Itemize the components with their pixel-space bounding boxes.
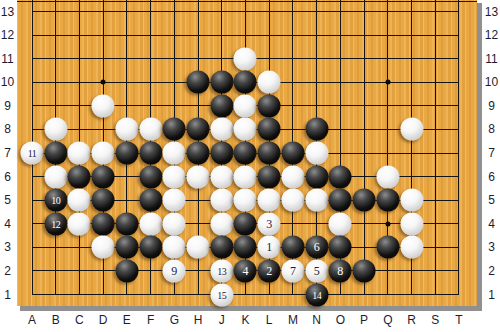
move-number-label-8: 8 [329, 259, 352, 282]
white-stone-M6 [281, 165, 304, 188]
black-stone-F5 [139, 189, 162, 212]
row-label-left-4: 4 [0, 217, 15, 231]
move-number-label-9: 9 [163, 259, 186, 282]
column-label-A: A [22, 313, 42, 327]
black-stone-E7 [115, 142, 138, 165]
column-label-Q: Q [378, 313, 398, 327]
grid-line-horizontal-12 [32, 35, 460, 36]
black-stone-J7 [210, 142, 233, 165]
move-number-label-10: 10 [44, 189, 67, 212]
white-stone-M2: 7 [281, 259, 304, 282]
white-stone-B8 [44, 118, 67, 141]
white-stone-D9 [92, 94, 115, 117]
black-stone-O6 [329, 165, 352, 188]
black-stone-O5 [329, 189, 352, 212]
white-stone-O4 [329, 212, 352, 235]
grid-line-vertical-S [435, 0, 436, 295]
white-stone-G4 [163, 212, 186, 235]
white-stone-R5 [400, 189, 423, 212]
row-label-right-10: 10 [483, 75, 500, 89]
white-stone-J8 [210, 118, 233, 141]
white-stone-J5 [210, 189, 233, 212]
row-label-right-2: 2 [483, 264, 500, 278]
black-stone-L7 [258, 142, 281, 165]
white-stone-K5 [234, 189, 257, 212]
white-stone-N5 [305, 189, 328, 212]
black-stone-L9 [258, 94, 281, 117]
row-label-left-9: 9 [0, 99, 15, 113]
white-stone-G2: 9 [163, 259, 186, 282]
black-stone-K2: 4 [234, 259, 257, 282]
move-number-label-4: 4 [234, 259, 257, 282]
black-stone-D5 [92, 189, 115, 212]
white-stone-C7 [68, 142, 91, 165]
column-label-O: O [330, 313, 350, 327]
column-label-H: H [188, 313, 208, 327]
column-label-B: B [46, 313, 66, 327]
column-label-G: G [164, 313, 184, 327]
white-stone-C5 [68, 189, 91, 212]
row-label-right-5: 5 [483, 193, 500, 207]
white-stone-H3 [187, 236, 210, 259]
row-label-right-4: 4 [483, 217, 500, 231]
row-label-right-9: 9 [483, 99, 500, 113]
black-stone-H10 [187, 71, 210, 94]
move-number-label-14: 14 [305, 283, 328, 306]
white-stone-J2: 13 [210, 259, 233, 282]
row-label-right-11: 11 [483, 52, 500, 66]
white-stone-L5 [258, 189, 281, 212]
white-stone-K11 [234, 47, 257, 70]
white-stone-Q6 [376, 165, 399, 188]
row-label-left-1: 1 [0, 288, 15, 302]
star-point-Q10 [385, 80, 390, 85]
move-number-label-6: 6 [305, 236, 328, 259]
white-stone-M5 [281, 189, 304, 212]
black-stone-C6 [68, 165, 91, 188]
black-stone-Q5 [376, 189, 399, 212]
black-stone-K7 [234, 142, 257, 165]
black-stone-F6 [139, 165, 162, 188]
column-label-L: L [259, 313, 279, 327]
move-number-label-11: 11 [21, 142, 44, 165]
row-label-right-12: 12 [483, 28, 500, 42]
black-stone-D6 [92, 165, 115, 188]
go-diagram: 111012316913427581514 131312121111101099… [0, 0, 500, 332]
row-label-right-6: 6 [483, 170, 500, 184]
black-stone-K3 [234, 236, 257, 259]
move-number-label-7: 7 [281, 259, 304, 282]
white-stone-L4: 3 [258, 212, 281, 235]
black-stone-O3 [329, 236, 352, 259]
row-label-right-3: 3 [483, 240, 500, 254]
white-stone-R4 [400, 212, 423, 235]
white-stone-G7 [163, 142, 186, 165]
white-stone-G3 [163, 236, 186, 259]
black-stone-J10 [210, 71, 233, 94]
white-stone-J1: 15 [210, 283, 233, 306]
white-stone-B6 [44, 165, 67, 188]
column-label-D: D [93, 313, 113, 327]
column-label-F: F [141, 313, 161, 327]
black-stone-L8 [258, 118, 281, 141]
row-label-left-12: 12 [0, 28, 15, 42]
white-stone-J4 [210, 212, 233, 235]
board-edge-shadow-right [477, 3, 482, 310]
black-stone-J9 [210, 94, 233, 117]
black-stone-M3 [281, 236, 304, 259]
move-number-label-15: 15 [210, 283, 233, 306]
column-label-E: E [117, 313, 137, 327]
black-stone-K10 [234, 71, 257, 94]
white-stone-A7: 11 [21, 142, 44, 165]
black-stone-J3 [210, 236, 233, 259]
black-stone-L6 [258, 165, 281, 188]
row-label-right-7: 7 [483, 146, 500, 160]
row-label-left-7: 7 [0, 146, 15, 160]
row-label-right-8: 8 [483, 122, 500, 136]
move-number-label-13: 13 [210, 259, 233, 282]
white-stone-K6 [234, 165, 257, 188]
white-stone-J6 [210, 165, 233, 188]
black-stone-Q3 [376, 236, 399, 259]
column-label-C: C [69, 313, 89, 327]
star-point-D10 [101, 80, 106, 85]
column-label-M: M [283, 313, 303, 327]
row-label-right-1: 1 [483, 288, 500, 302]
white-stone-G5 [163, 189, 186, 212]
white-stone-N7 [305, 142, 328, 165]
row-label-right-13: 13 [483, 5, 500, 19]
white-stone-R8 [400, 118, 423, 141]
black-stone-O2: 8 [329, 259, 352, 282]
white-stone-K8 [234, 118, 257, 141]
black-stone-B7 [44, 142, 67, 165]
move-number-label-3: 3 [258, 212, 281, 235]
move-number-label-2: 2 [258, 259, 281, 282]
black-stone-G8 [163, 118, 186, 141]
white-stone-R3 [400, 236, 423, 259]
grid-line-vertical-T [458, 0, 459, 295]
black-stone-H8 [187, 118, 210, 141]
move-number-label-1: 1 [258, 236, 281, 259]
row-label-left-11: 11 [0, 52, 15, 66]
black-stone-P5 [353, 189, 376, 212]
black-stone-N3: 6 [305, 236, 328, 259]
grid-line-horizontal-1 [32, 294, 460, 295]
column-label-S: S [425, 313, 445, 327]
black-stone-K4 [234, 212, 257, 235]
row-label-left-8: 8 [0, 122, 15, 136]
move-number-label-12: 12 [44, 212, 67, 235]
column-label-P: P [354, 313, 374, 327]
white-stone-N2: 5 [305, 259, 328, 282]
black-stone-N1: 14 [305, 283, 328, 306]
star-point-Q4 [385, 221, 390, 226]
column-label-K: K [235, 313, 255, 327]
black-stone-D4 [92, 212, 115, 235]
board-edge-shadow-bottom [20, 306, 482, 311]
board-cut-edge-line [17, 1, 477, 2]
black-stone-F3 [139, 236, 162, 259]
black-stone-E2 [115, 259, 138, 282]
white-stone-L10 [258, 71, 281, 94]
black-stone-M7 [281, 142, 304, 165]
white-stone-E8 [115, 118, 138, 141]
black-stone-E4 [115, 212, 138, 235]
white-stone-K9 [234, 94, 257, 117]
row-label-left-2: 2 [0, 264, 15, 278]
white-stone-F4 [139, 212, 162, 235]
white-stone-D3 [92, 236, 115, 259]
white-stone-F8 [139, 118, 162, 141]
black-stone-P2 [353, 259, 376, 282]
row-label-left-6: 6 [0, 170, 15, 184]
white-stone-H6 [187, 165, 210, 188]
black-stone-B5: 10 [44, 189, 67, 212]
grid-line-vertical-P [364, 0, 365, 295]
black-stone-N8 [305, 118, 328, 141]
column-label-N: N [307, 313, 327, 327]
white-stone-L3: 1 [258, 236, 281, 259]
black-stone-H7 [187, 142, 210, 165]
white-stone-G6 [163, 165, 186, 188]
black-stone-E3 [115, 236, 138, 259]
row-label-left-13: 13 [0, 5, 15, 19]
row-label-left-10: 10 [0, 75, 15, 89]
black-stone-L2: 2 [258, 259, 281, 282]
move-number-label-5: 5 [305, 259, 328, 282]
white-stone-D7 [92, 142, 115, 165]
white-stone-C4 [68, 212, 91, 235]
column-label-R: R [402, 313, 422, 327]
row-label-left-3: 3 [0, 240, 15, 254]
black-stone-F7 [139, 142, 162, 165]
grid-line-horizontal-13 [32, 11, 460, 12]
black-stone-N6 [305, 165, 328, 188]
row-label-left-5: 5 [0, 193, 15, 207]
black-stone-B4: 12 [44, 212, 67, 235]
column-label-T: T [449, 313, 469, 327]
column-label-J: J [212, 313, 232, 327]
